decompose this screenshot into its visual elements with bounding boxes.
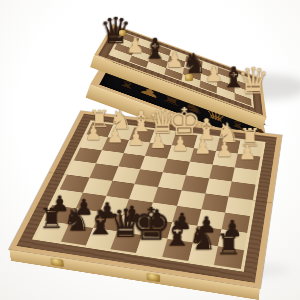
black-rook: ♜ xyxy=(202,230,256,259)
brass-hinge xyxy=(119,30,126,36)
square: ♜ xyxy=(214,247,244,269)
brass-clasp-left xyxy=(50,258,63,267)
square xyxy=(112,166,140,183)
open-chess-board: ♜♞♝♛♚♝♞♜♟♟♟♟♟♟♟♟♟♟♟♟♟♟♟♟♜♞♝♛♚♝♞♜ xyxy=(8,72,300,300)
chess-set-product-photo: ♟♞♝♜♛♟♞ ♝♟♜♞♛♝♟ ♛♟♝♟♞♟♝♛ ♜♞♝♛♚♝♞♜♟♟♟♟♟♟♟… xyxy=(0,0,300,300)
white-pawn: ♟ xyxy=(225,143,271,163)
brass-clasp-right xyxy=(146,273,159,282)
board-3d: ♜♞♝♛♚♝♞♜♟♟♟♟♟♟♟♟♟♟♟♟♟♟♟♟♜♞♝♛♚♝♞♜ xyxy=(9,111,282,288)
square xyxy=(89,163,117,180)
